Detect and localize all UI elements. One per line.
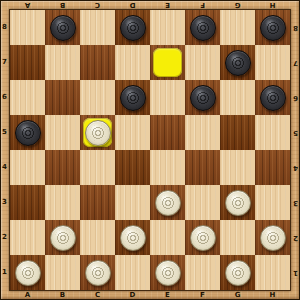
- black-checker-b8[interactable]: [50, 15, 76, 41]
- checker-rings: [20, 125, 36, 141]
- square-h2[interactable]: [255, 220, 290, 255]
- rank-label-8: 8: [0, 10, 9, 45]
- black-checker-f6[interactable]: [190, 85, 216, 111]
- square-g3[interactable]: [220, 185, 255, 220]
- file-label-f: F: [185, 291, 220, 300]
- square-h5[interactable]: [255, 115, 290, 150]
- rank-label-5: 5: [0, 115, 9, 150]
- checker-rings: [195, 230, 211, 246]
- rank-label-1: 1: [291, 255, 300, 290]
- white-checker-g1[interactable]: [225, 260, 251, 286]
- square-a1[interactable]: [10, 255, 45, 290]
- square-b3[interactable]: [45, 185, 80, 220]
- square-a8[interactable]: [10, 10, 45, 45]
- file-labels-bottom: ABCDEFGH: [10, 291, 290, 300]
- white-checker-c5[interactable]: [85, 120, 111, 146]
- square-d2[interactable]: [115, 220, 150, 255]
- square-a7[interactable]: [10, 45, 45, 80]
- checker-rings: [160, 265, 176, 281]
- square-g5[interactable]: [220, 115, 255, 150]
- white-checker-h2[interactable]: [260, 225, 286, 251]
- square-c6[interactable]: [80, 80, 115, 115]
- black-checker-f8[interactable]: [190, 15, 216, 41]
- black-checker-d6[interactable]: [120, 85, 146, 111]
- checker-rings: [195, 90, 211, 106]
- white-checker-f2[interactable]: [190, 225, 216, 251]
- checker-rings: [195, 20, 211, 36]
- square-c2[interactable]: [80, 220, 115, 255]
- square-f2[interactable]: [185, 220, 220, 255]
- file-label-e: E: [150, 0, 185, 9]
- square-c1[interactable]: [80, 255, 115, 290]
- file-label-f: F: [185, 0, 220, 9]
- checker-rings: [230, 265, 246, 281]
- black-checker-d8[interactable]: [120, 15, 146, 41]
- white-checker-e3[interactable]: [155, 190, 181, 216]
- rank-label-2: 2: [0, 220, 9, 255]
- checker-rings: [90, 265, 106, 281]
- black-checker-h6[interactable]: [260, 85, 286, 111]
- white-checker-b2[interactable]: [50, 225, 76, 251]
- file-label-b: B: [45, 291, 80, 300]
- square-g7[interactable]: [220, 45, 255, 80]
- square-f6[interactable]: [185, 80, 220, 115]
- rank-label-3: 3: [291, 185, 300, 220]
- square-d1[interactable]: [115, 255, 150, 290]
- square-e1[interactable]: [150, 255, 185, 290]
- square-a5[interactable]: [10, 115, 45, 150]
- square-a6[interactable]: [10, 80, 45, 115]
- square-b7[interactable]: [45, 45, 80, 80]
- square-h1[interactable]: [255, 255, 290, 290]
- rank-label-3: 3: [0, 185, 9, 220]
- square-a3[interactable]: [10, 185, 45, 220]
- checker-rings: [230, 195, 246, 211]
- rank-label-4: 4: [291, 150, 300, 185]
- file-label-c: C: [80, 291, 115, 300]
- square-d3[interactable]: [115, 185, 150, 220]
- square-f4[interactable]: [185, 150, 220, 185]
- checker-rings: [20, 265, 36, 281]
- square-c3[interactable]: [80, 185, 115, 220]
- rank-label-6: 6: [0, 80, 9, 115]
- square-f5[interactable]: [185, 115, 220, 150]
- white-checker-e1[interactable]: [155, 260, 181, 286]
- white-checker-a1[interactable]: [15, 260, 41, 286]
- white-checker-g3[interactable]: [225, 190, 251, 216]
- square-h3[interactable]: [255, 185, 290, 220]
- checker-rings: [55, 230, 71, 246]
- rank-label-4: 4: [0, 150, 9, 185]
- checker-rings: [55, 20, 71, 36]
- square-h7[interactable]: [255, 45, 290, 80]
- checkers-app: ABCDEFGH ABCDEFGH 87654321 87654321: [0, 0, 300, 300]
- file-label-b: B: [45, 0, 80, 9]
- checker-rings: [90, 125, 106, 141]
- square-a4[interactable]: [10, 150, 45, 185]
- black-checker-a5[interactable]: [15, 120, 41, 146]
- board: [9, 9, 291, 291]
- checker-rings: [265, 230, 281, 246]
- square-g1[interactable]: [220, 255, 255, 290]
- square-b8[interactable]: [45, 10, 80, 45]
- square-b5[interactable]: [45, 115, 80, 150]
- square-b1[interactable]: [45, 255, 80, 290]
- square-d7[interactable]: [115, 45, 150, 80]
- square-c8[interactable]: [80, 10, 115, 45]
- square-e4[interactable]: [150, 150, 185, 185]
- square-e6[interactable]: [150, 80, 185, 115]
- square-g6[interactable]: [220, 80, 255, 115]
- file-label-g: G: [220, 0, 255, 9]
- rank-label-6: 6: [291, 80, 300, 115]
- black-checker-h8[interactable]: [260, 15, 286, 41]
- square-h6[interactable]: [255, 80, 290, 115]
- rank-label-7: 7: [0, 45, 9, 80]
- square-a2[interactable]: [10, 220, 45, 255]
- square-d4[interactable]: [115, 150, 150, 185]
- white-checker-c1[interactable]: [85, 260, 111, 286]
- square-c7[interactable]: [80, 45, 115, 80]
- checker-rings: [125, 20, 141, 36]
- square-h4[interactable]: [255, 150, 290, 185]
- checker-rings: [125, 230, 141, 246]
- checker-rings: [125, 90, 141, 106]
- square-d6[interactable]: [115, 80, 150, 115]
- square-b2[interactable]: [45, 220, 80, 255]
- square-c4[interactable]: [80, 150, 115, 185]
- file-labels-top: ABCDEFGH: [10, 0, 290, 9]
- square-e7[interactable]: [150, 45, 185, 80]
- square-d5[interactable]: [115, 115, 150, 150]
- square-b6[interactable]: [45, 80, 80, 115]
- file-label-a: A: [10, 0, 45, 9]
- square-g2[interactable]: [220, 220, 255, 255]
- square-g4[interactable]: [220, 150, 255, 185]
- square-h8[interactable]: [255, 10, 290, 45]
- square-c5[interactable]: [80, 115, 115, 150]
- square-d8[interactable]: [115, 10, 150, 45]
- black-checker-g7[interactable]: [225, 50, 251, 76]
- file-label-e: E: [150, 291, 185, 300]
- square-f1[interactable]: [185, 255, 220, 290]
- square-e5[interactable]: [150, 115, 185, 150]
- rank-label-7: 7: [291, 45, 300, 80]
- square-f3[interactable]: [185, 185, 220, 220]
- square-f8[interactable]: [185, 10, 220, 45]
- move-highlight-e7: [153, 48, 182, 77]
- rank-label-1: 1: [0, 255, 9, 290]
- file-label-h: H: [255, 291, 290, 300]
- rank-labels-left: 87654321: [0, 10, 9, 290]
- rank-labels-right: 87654321: [291, 10, 300, 290]
- rank-label-5: 5: [291, 115, 300, 150]
- checker-rings: [265, 20, 281, 36]
- file-label-a: A: [10, 291, 45, 300]
- rank-label-8: 8: [291, 10, 300, 45]
- file-label-d: D: [115, 291, 150, 300]
- rank-label-2: 2: [291, 220, 300, 255]
- file-label-g: G: [220, 291, 255, 300]
- file-label-d: D: [115, 0, 150, 9]
- file-label-c: C: [80, 0, 115, 9]
- square-e8[interactable]: [150, 10, 185, 45]
- checker-rings: [265, 90, 281, 106]
- checker-rings: [160, 195, 176, 211]
- square-g8[interactable]: [220, 10, 255, 45]
- square-e2[interactable]: [150, 220, 185, 255]
- square-f7[interactable]: [185, 45, 220, 80]
- square-e3[interactable]: [150, 185, 185, 220]
- file-label-h: H: [255, 0, 290, 9]
- square-b4[interactable]: [45, 150, 80, 185]
- checker-rings: [230, 55, 246, 71]
- white-checker-d2[interactable]: [120, 225, 146, 251]
